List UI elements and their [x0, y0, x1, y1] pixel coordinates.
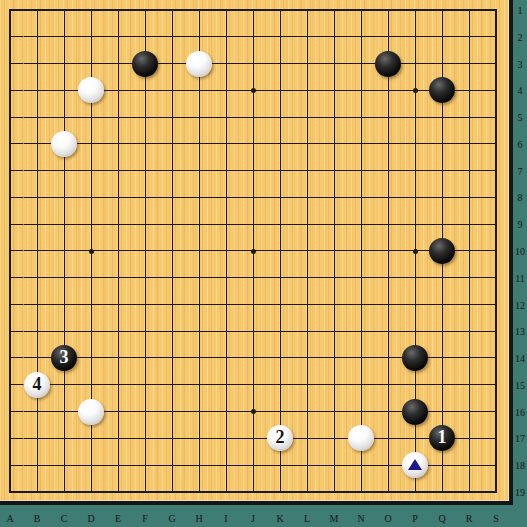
star-point-D10: [89, 249, 94, 254]
star-point-J10: [251, 249, 256, 254]
row-label-19: 19: [513, 487, 527, 499]
col-label-O: O: [381, 512, 395, 525]
col-label-D: D: [84, 512, 98, 525]
row-label-14: 14: [513, 353, 527, 365]
stone-white-P18[interactable]: [402, 452, 428, 478]
stone-black-Q4[interactable]: [429, 77, 455, 103]
row-label-13: 13: [513, 326, 527, 338]
row-label-10: 10: [513, 246, 527, 258]
col-label-R: R: [462, 512, 476, 525]
col-label-E: E: [111, 512, 125, 525]
row-label-12: 12: [513, 300, 527, 312]
stone-black-Q10[interactable]: [429, 238, 455, 264]
star-point-P10: [413, 249, 418, 254]
stone-white-D4[interactable]: [78, 77, 104, 103]
col-label-C: C: [57, 512, 71, 525]
row-label-9: 9: [513, 219, 527, 231]
col-label-P: P: [408, 512, 422, 525]
col-label-N: N: [354, 512, 368, 525]
stone-white-N17[interactable]: [348, 425, 374, 451]
row-label-11: 11: [513, 273, 527, 285]
stone-white-H3[interactable]: [186, 51, 212, 77]
triangle-marker-icon: [408, 459, 422, 470]
stone-black-P14[interactable]: [402, 345, 428, 371]
stone-black-F3[interactable]: [132, 51, 158, 77]
row-label-3: 3: [513, 59, 527, 71]
row-label-1: 1: [513, 5, 527, 17]
row-label-8: 8: [513, 192, 527, 204]
stone-black-C14[interactable]: 3: [51, 345, 77, 371]
stones-layer: 3421: [0, 0, 508, 500]
go-board: 3421: [0, 0, 509, 501]
move-number-2: 2: [276, 428, 285, 446]
star-point-J4: [251, 88, 256, 93]
stone-white-K17[interactable]: 2: [267, 425, 293, 451]
col-label-H: H: [192, 512, 206, 525]
star-point-P4: [413, 88, 418, 93]
move-number-4: 4: [33, 375, 42, 393]
col-label-M: M: [327, 512, 341, 525]
move-number-3: 3: [60, 348, 69, 366]
row-label-17: 17: [513, 433, 527, 445]
col-label-I: I: [219, 512, 233, 525]
stone-black-O3[interactable]: [375, 51, 401, 77]
col-label-J: J: [246, 512, 260, 525]
col-label-K: K: [273, 512, 287, 525]
col-label-Q: Q: [435, 512, 449, 525]
row-label-6: 6: [513, 139, 527, 151]
col-label-B: B: [30, 512, 44, 525]
row-label-2: 2: [513, 32, 527, 44]
col-label-S: S: [489, 512, 503, 525]
row-label-15: 15: [513, 380, 527, 392]
stone-black-Q17[interactable]: 1: [429, 425, 455, 451]
stone-white-C6[interactable]: [51, 131, 77, 157]
row-label-4: 4: [513, 85, 527, 97]
col-label-A: A: [3, 512, 17, 525]
stone-white-D16[interactable]: [78, 399, 104, 425]
row-label-18: 18: [513, 460, 527, 472]
stone-white-B15[interactable]: 4: [24, 372, 50, 398]
move-number-1: 1: [438, 428, 447, 446]
star-point-J16: [251, 409, 256, 414]
col-label-G: G: [165, 512, 179, 525]
row-label-7: 7: [513, 166, 527, 178]
col-label-L: L: [300, 512, 314, 525]
go-app-window: 3421 12345678910111213141516171819 ABCDE…: [0, 0, 527, 527]
col-label-F: F: [138, 512, 152, 525]
row-label-16: 16: [513, 407, 527, 419]
stone-black-P16[interactable]: [402, 399, 428, 425]
row-label-5: 5: [513, 112, 527, 124]
